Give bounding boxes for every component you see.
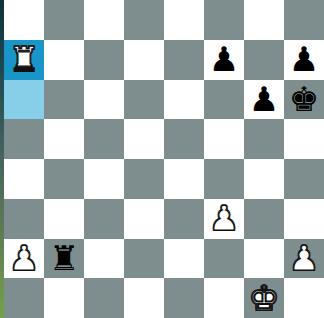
square-f3[interactable]: ♟ <box>204 199 244 239</box>
square-c1[interactable] <box>84 278 124 318</box>
square-b5[interactable] <box>44 119 84 159</box>
square-g6[interactable]: ♟ <box>244 80 284 120</box>
square-e5[interactable] <box>164 119 204 159</box>
square-e1[interactable] <box>164 278 204 318</box>
square-e4[interactable] <box>164 159 204 199</box>
square-g2[interactable] <box>244 239 284 279</box>
white-pawn: ♟ <box>9 239 39 278</box>
black-pawn: ♟ <box>289 40 319 79</box>
square-e3[interactable] <box>164 199 204 239</box>
square-e7[interactable] <box>164 40 204 80</box>
square-h6[interactable]: ♚ <box>284 80 324 120</box>
chess-board: ♜♟♟♟♚♟♟♜♟♚ <box>4 0 324 318</box>
square-d4[interactable] <box>124 159 164 199</box>
square-e2[interactable] <box>164 239 204 279</box>
square-b6[interactable] <box>44 80 84 120</box>
square-h7[interactable]: ♟ <box>284 40 324 80</box>
square-b8[interactable] <box>44 0 84 40</box>
square-c8[interactable] <box>84 0 124 40</box>
square-h8[interactable] <box>284 0 324 40</box>
square-d8[interactable] <box>124 0 164 40</box>
square-f2[interactable] <box>204 239 244 279</box>
square-f1[interactable] <box>204 278 244 318</box>
square-g7[interactable] <box>244 40 284 80</box>
square-f4[interactable] <box>204 159 244 199</box>
square-g1[interactable]: ♚ <box>244 278 284 318</box>
black-king: ♚ <box>289 80 319 119</box>
square-g4[interactable] <box>244 159 284 199</box>
square-b3[interactable] <box>44 199 84 239</box>
chess-board-screenshot: ♜♟♟♟♚♟♟♜♟♚ <box>0 0 324 318</box>
square-g8[interactable] <box>244 0 284 40</box>
square-a5[interactable] <box>4 119 44 159</box>
square-g5[interactable] <box>244 119 284 159</box>
square-d5[interactable] <box>124 119 164 159</box>
square-a4[interactable] <box>4 159 44 199</box>
square-h2[interactable]: ♟ <box>284 239 324 279</box>
black-pawn: ♟ <box>249 80 279 119</box>
square-g3[interactable] <box>244 199 284 239</box>
white-pawn: ♟ <box>209 199 239 238</box>
square-f8[interactable] <box>204 0 244 40</box>
square-d6[interactable] <box>124 80 164 120</box>
square-a1[interactable] <box>4 278 44 318</box>
black-pawn: ♟ <box>209 40 239 79</box>
square-h4[interactable] <box>284 159 324 199</box>
white-pawn: ♟ <box>289 239 319 278</box>
white-king: ♚ <box>249 279 279 318</box>
square-a7[interactable]: ♜ <box>4 40 44 80</box>
square-h1[interactable] <box>284 278 324 318</box>
black-rook: ♜ <box>49 239 79 278</box>
square-d2[interactable] <box>124 239 164 279</box>
square-c4[interactable] <box>84 159 124 199</box>
square-f5[interactable] <box>204 119 244 159</box>
square-a2[interactable]: ♟ <box>4 239 44 279</box>
square-c5[interactable] <box>84 119 124 159</box>
square-f7[interactable]: ♟ <box>204 40 244 80</box>
square-e8[interactable] <box>164 0 204 40</box>
square-e6[interactable] <box>164 80 204 120</box>
square-d1[interactable] <box>124 278 164 318</box>
square-d7[interactable] <box>124 40 164 80</box>
square-c6[interactable] <box>84 80 124 120</box>
square-c2[interactable] <box>84 239 124 279</box>
square-a3[interactable] <box>4 199 44 239</box>
square-a6[interactable] <box>4 80 44 120</box>
square-b4[interactable] <box>44 159 84 199</box>
square-f6[interactable] <box>204 80 244 120</box>
square-h5[interactable] <box>284 119 324 159</box>
square-c3[interactable] <box>84 199 124 239</box>
square-a8[interactable] <box>4 0 44 40</box>
square-b2[interactable]: ♜ <box>44 239 84 279</box>
square-b1[interactable] <box>44 278 84 318</box>
square-c7[interactable] <box>84 40 124 80</box>
square-b7[interactable] <box>44 40 84 80</box>
square-d3[interactable] <box>124 199 164 239</box>
square-h3[interactable] <box>284 199 324 239</box>
white-rook: ♜ <box>9 40 39 79</box>
